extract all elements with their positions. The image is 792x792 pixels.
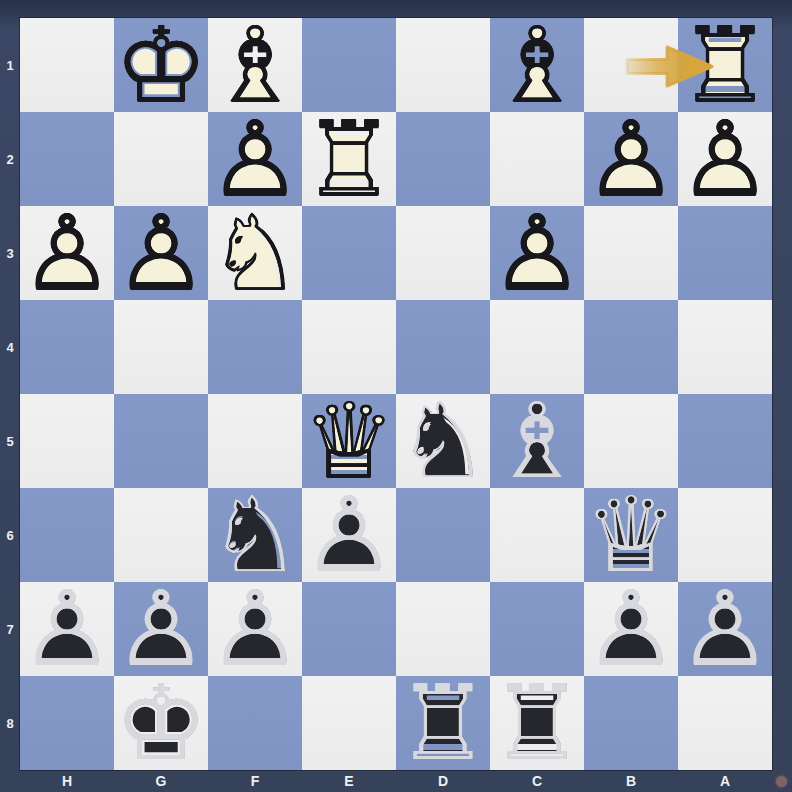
square-b1[interactable]: [584, 18, 678, 112]
piece-glyph: ♝: [490, 18, 584, 112]
piece-glyph: ♟: [584, 112, 678, 206]
white-pawn[interactable]: ♟♙: [490, 206, 584, 300]
piece-outline-glyph: ♖: [396, 676, 490, 770]
square-b5[interactable]: [584, 394, 678, 488]
white-pawn[interactable]: ♟♙: [678, 112, 772, 206]
black-pawn[interactable]: ♟♙: [302, 488, 396, 582]
square-d3[interactable]: [396, 206, 490, 300]
square-c5[interactable]: ♝♗: [490, 394, 584, 488]
piece-outline-glyph: ♗: [490, 18, 584, 112]
black-rook[interactable]: ♜♖: [490, 676, 584, 770]
file-label-d: D: [396, 770, 490, 792]
square-a8[interactable]: [678, 676, 772, 770]
file-label-h: H: [20, 770, 114, 792]
piece-outline-glyph: ♖: [678, 18, 772, 112]
piece-outline-glyph: ♙: [208, 582, 302, 676]
square-d1[interactable]: [396, 18, 490, 112]
piece-outline-glyph: ♙: [20, 582, 114, 676]
piece-outline-glyph: ♙: [20, 206, 114, 300]
square-h2[interactable]: [20, 112, 114, 206]
white-pawn[interactable]: ♟♙: [208, 112, 302, 206]
piece-glyph: ♟: [678, 582, 772, 676]
piece-outline-glyph: ♘: [208, 206, 302, 300]
square-c6[interactable]: [490, 488, 584, 582]
piece-outline-glyph: ♗: [208, 18, 302, 112]
square-h7[interactable]: ♟♙: [20, 582, 114, 676]
white-king[interactable]: ♚♔: [114, 18, 208, 112]
square-h1[interactable]: [20, 18, 114, 112]
square-d2[interactable]: [396, 112, 490, 206]
piece-glyph: ♛: [584, 488, 678, 582]
square-e8[interactable]: [302, 676, 396, 770]
piece-outline-glyph: ♙: [114, 206, 208, 300]
square-e3[interactable]: [302, 206, 396, 300]
black-pawn[interactable]: ♟♙: [584, 582, 678, 676]
square-a7[interactable]: ♟♙: [678, 582, 772, 676]
square-g5[interactable]: [114, 394, 208, 488]
square-e7[interactable]: [302, 582, 396, 676]
file-label-c: C: [490, 770, 584, 792]
chess-board-diagram: ♚♔♝♗♝♗♜♖♟♙♜♖♟♙♟♙♟♙♟♙♞♘♟♙♛♕♞♘♝♗♞♘♟♙♛♕♟♙♟♙…: [0, 0, 792, 792]
square-c1[interactable]: ♝♗: [490, 18, 584, 112]
square-b4[interactable]: [584, 300, 678, 394]
square-h5[interactable]: [20, 394, 114, 488]
square-b7[interactable]: ♟♙: [584, 582, 678, 676]
square-e5[interactable]: ♛♕: [302, 394, 396, 488]
square-d5[interactable]: ♞♘: [396, 394, 490, 488]
white-bishop[interactable]: ♝♗: [208, 18, 302, 112]
file-label-e: E: [302, 770, 396, 792]
square-e6[interactable]: ♟♙: [302, 488, 396, 582]
piece-outline-glyph: ♕: [584, 488, 678, 582]
white-bishop[interactable]: ♝♗: [490, 18, 584, 112]
piece-outline-glyph: ♕: [302, 394, 396, 488]
square-c8[interactable]: ♜♖: [490, 676, 584, 770]
black-king[interactable]: ♚♔: [114, 676, 208, 770]
piece-glyph: ♟: [490, 206, 584, 300]
piece-outline-glyph: ♙: [678, 582, 772, 676]
piece-glyph: ♟: [208, 582, 302, 676]
piece-glyph: ♞: [208, 206, 302, 300]
piece-glyph: ♛: [302, 394, 396, 488]
square-b6[interactable]: ♛♕: [584, 488, 678, 582]
black-bishop[interactable]: ♝♗: [490, 394, 584, 488]
piece-glyph: ♟: [20, 206, 114, 300]
square-b3[interactable]: [584, 206, 678, 300]
white-rook[interactable]: ♜♖: [678, 18, 772, 112]
piece-outline-glyph: ♘: [396, 394, 490, 488]
file-label-a: A: [678, 770, 772, 792]
square-f4[interactable]: [208, 300, 302, 394]
square-g1[interactable]: ♚♔: [114, 18, 208, 112]
square-a6[interactable]: [678, 488, 772, 582]
square-f3[interactable]: ♞♘: [208, 206, 302, 300]
file-label-f: F: [208, 770, 302, 792]
piece-outline-glyph: ♙: [208, 112, 302, 206]
square-g4[interactable]: [114, 300, 208, 394]
square-f6[interactable]: ♞♘: [208, 488, 302, 582]
square-f7[interactable]: ♟♙: [208, 582, 302, 676]
black-pawn[interactable]: ♟♙: [20, 582, 114, 676]
square-h4[interactable]: [20, 300, 114, 394]
piece-glyph: ♜: [490, 676, 584, 770]
square-h8[interactable]: [20, 676, 114, 770]
corner-dot: [776, 776, 787, 787]
square-a5[interactable]: [678, 394, 772, 488]
square-g7[interactable]: ♟♙: [114, 582, 208, 676]
square-f5[interactable]: [208, 394, 302, 488]
piece-glyph: ♚: [114, 676, 208, 770]
file-label-b: B: [584, 770, 678, 792]
square-c3[interactable]: ♟♙: [490, 206, 584, 300]
white-rook[interactable]: ♜♖: [302, 112, 396, 206]
square-g6[interactable]: [114, 488, 208, 582]
square-f8[interactable]: [208, 676, 302, 770]
rank-label-6: 6: [0, 488, 20, 582]
black-knight[interactable]: ♞♘: [396, 394, 490, 488]
square-g2[interactable]: [114, 112, 208, 206]
chess-board: ♚♔♝♗♝♗♜♖♟♙♜♖♟♙♟♙♟♙♟♙♞♘♟♙♛♕♞♘♝♗♞♘♟♙♛♕♟♙♟♙…: [20, 18, 772, 770]
piece-outline-glyph: ♙: [490, 206, 584, 300]
piece-glyph: ♟: [20, 582, 114, 676]
rank-label-2: 2: [0, 112, 20, 206]
piece-outline-glyph: ♖: [490, 676, 584, 770]
square-d6[interactable]: [396, 488, 490, 582]
piece-outline-glyph: ♗: [490, 394, 584, 488]
square-a3[interactable]: [678, 206, 772, 300]
square-a2[interactable]: ♟♙: [678, 112, 772, 206]
piece-outline-glyph: ♔: [114, 676, 208, 770]
square-f1[interactable]: ♝♗: [208, 18, 302, 112]
square-b8[interactable]: [584, 676, 678, 770]
black-pawn[interactable]: ♟♙: [678, 582, 772, 676]
piece-glyph: ♝: [490, 394, 584, 488]
square-c7[interactable]: [490, 582, 584, 676]
square-e1[interactable]: [302, 18, 396, 112]
black-queen[interactable]: ♛♕: [584, 488, 678, 582]
piece-outline-glyph: ♙: [114, 582, 208, 676]
piece-glyph: ♞: [208, 488, 302, 582]
rank-label-1: 1: [0, 18, 20, 112]
square-c2[interactable]: [490, 112, 584, 206]
square-g3[interactable]: ♟♙: [114, 206, 208, 300]
square-h3[interactable]: ♟♙: [20, 206, 114, 300]
piece-glyph: ♟: [208, 112, 302, 206]
black-pawn[interactable]: ♟♙: [114, 582, 208, 676]
piece-outline-glyph: ♖: [302, 112, 396, 206]
white-queen[interactable]: ♛♕: [302, 394, 396, 488]
piece-glyph: ♞: [396, 394, 490, 488]
rank-label-3: 3: [0, 206, 20, 300]
piece-outline-glyph: ♙: [302, 488, 396, 582]
black-rook[interactable]: ♜♖: [396, 676, 490, 770]
black-pawn[interactable]: ♟♙: [208, 582, 302, 676]
piece-outline-glyph: ♙: [678, 112, 772, 206]
file-label-g: G: [114, 770, 208, 792]
rank-label-8: 8: [0, 676, 20, 770]
square-a1[interactable]: ♜♖: [678, 18, 772, 112]
piece-glyph: ♟: [114, 582, 208, 676]
piece-outline-glyph: ♙: [584, 582, 678, 676]
square-a4[interactable]: [678, 300, 772, 394]
square-h6[interactable]: [20, 488, 114, 582]
rank-label-5: 5: [0, 394, 20, 488]
piece-glyph: ♟: [678, 112, 772, 206]
piece-glyph: ♜: [302, 112, 396, 206]
piece-outline-glyph: ♔: [114, 18, 208, 112]
square-g8[interactable]: ♚♔: [114, 676, 208, 770]
white-pawn[interactable]: ♟♙: [20, 206, 114, 300]
piece-glyph: ♜: [678, 18, 772, 112]
piece-outline-glyph: ♙: [584, 112, 678, 206]
piece-glyph: ♟: [114, 206, 208, 300]
white-pawn[interactable]: ♟♙: [584, 112, 678, 206]
rank-label-4: 4: [0, 300, 20, 394]
square-d8[interactable]: ♜♖: [396, 676, 490, 770]
square-d7[interactable]: [396, 582, 490, 676]
square-b2[interactable]: ♟♙: [584, 112, 678, 206]
white-knight[interactable]: ♞♘: [208, 206, 302, 300]
square-d4[interactable]: [396, 300, 490, 394]
piece-outline-glyph: ♘: [208, 488, 302, 582]
piece-glyph: ♜: [396, 676, 490, 770]
white-pawn[interactable]: ♟♙: [114, 206, 208, 300]
piece-glyph: ♟: [302, 488, 396, 582]
piece-glyph: ♝: [208, 18, 302, 112]
square-c4[interactable]: [490, 300, 584, 394]
square-e4[interactable]: [302, 300, 396, 394]
square-f2[interactable]: ♟♙: [208, 112, 302, 206]
piece-glyph: ♚: [114, 18, 208, 112]
rank-label-7: 7: [0, 582, 20, 676]
piece-glyph: ♟: [584, 582, 678, 676]
square-e2[interactable]: ♜♖: [302, 112, 396, 206]
black-knight[interactable]: ♞♘: [208, 488, 302, 582]
